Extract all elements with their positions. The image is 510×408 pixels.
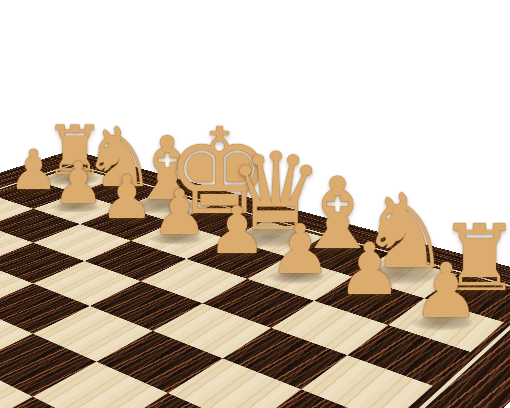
product-photo-stage: ♜♞♟♝♟♚♟♛♟♝♟♞♟♜♟♟: [0, 0, 510, 408]
piece-white-pawn-a2: ♟: [401, 254, 492, 330]
piece-white-pawn-b2: ♟: [326, 233, 412, 305]
pieces-layer: ♜♞♟♝♟♚♟♛♟♝♟♞♟♜♟♟: [0, 0, 510, 408]
